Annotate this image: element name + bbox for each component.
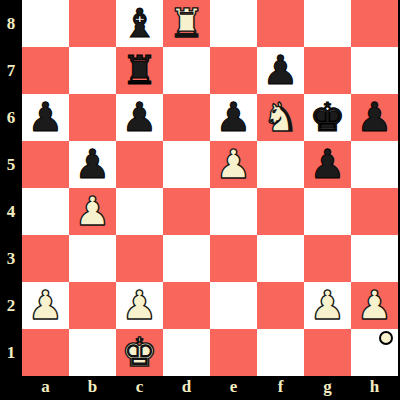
- black-bishop[interactable]: ♝: [116, 0, 163, 47]
- square-c3[interactable]: [116, 235, 163, 282]
- square-f7[interactable]: ♟: [257, 47, 304, 94]
- square-d2[interactable]: [163, 282, 210, 329]
- rank-label-2: 2: [0, 282, 22, 329]
- file-label-a: a: [22, 376, 69, 400]
- file-label-d: d: [163, 376, 210, 400]
- black-pawn[interactable]: ♟: [351, 94, 398, 141]
- square-a8[interactable]: [22, 0, 69, 47]
- square-e3[interactable]: [210, 235, 257, 282]
- square-f6[interactable]: ♞: [257, 94, 304, 141]
- square-d8[interactable]: ♜: [163, 0, 210, 47]
- square-g4[interactable]: [304, 188, 351, 235]
- square-c4[interactable]: [116, 188, 163, 235]
- rank-label-8: 8: [0, 0, 22, 47]
- square-g7[interactable]: [304, 47, 351, 94]
- chess-board: ♝♜♜♟♟♟♟♞♚♟♟♟♟♟♟♟♟♟♚: [22, 0, 398, 376]
- file-label-b: b: [69, 376, 116, 400]
- square-c7[interactable]: ♜: [116, 47, 163, 94]
- rank-label-5: 5: [0, 141, 22, 188]
- white-pawn[interactable]: ♟: [22, 282, 69, 329]
- square-d6[interactable]: [163, 94, 210, 141]
- square-b8[interactable]: [69, 0, 116, 47]
- black-pawn[interactable]: ♟: [22, 94, 69, 141]
- square-d3[interactable]: [163, 235, 210, 282]
- square-b4[interactable]: ♟: [69, 188, 116, 235]
- white-pawn[interactable]: ♟: [351, 282, 398, 329]
- square-a2[interactable]: ♟: [22, 282, 69, 329]
- square-e8[interactable]: [210, 0, 257, 47]
- square-f3[interactable]: [257, 235, 304, 282]
- chess-board-frame: 87654321 ♝♜♜♟♟♟♟♞♚♟♟♟♟♟♟♟♟♟♚ abcdefgh: [0, 0, 400, 400]
- black-rook[interactable]: ♜: [116, 47, 163, 94]
- black-pawn[interactable]: ♟: [304, 141, 351, 188]
- square-c1[interactable]: ♚: [116, 329, 163, 376]
- square-a5[interactable]: [22, 141, 69, 188]
- square-g3[interactable]: [304, 235, 351, 282]
- square-d7[interactable]: [163, 47, 210, 94]
- square-f4[interactable]: [257, 188, 304, 235]
- file-label-f: f: [257, 376, 304, 400]
- square-b3[interactable]: [69, 235, 116, 282]
- black-pawn[interactable]: ♟: [69, 141, 116, 188]
- square-f5[interactable]: [257, 141, 304, 188]
- white-pawn[interactable]: ♟: [210, 141, 257, 188]
- white-king[interactable]: ♚: [116, 329, 163, 376]
- square-f2[interactable]: [257, 282, 304, 329]
- square-g8[interactable]: [304, 0, 351, 47]
- black-pawn[interactable]: ♟: [210, 94, 257, 141]
- square-g6[interactable]: ♚: [304, 94, 351, 141]
- rank-label-7: 7: [0, 47, 22, 94]
- square-a6[interactable]: ♟: [22, 94, 69, 141]
- square-c2[interactable]: ♟: [116, 282, 163, 329]
- square-a3[interactable]: [22, 235, 69, 282]
- square-b5[interactable]: ♟: [69, 141, 116, 188]
- black-king[interactable]: ♚: [304, 94, 351, 141]
- square-e1[interactable]: [210, 329, 257, 376]
- square-e7[interactable]: [210, 47, 257, 94]
- white-pawn[interactable]: ♟: [116, 282, 163, 329]
- square-b6[interactable]: [69, 94, 116, 141]
- square-h7[interactable]: [351, 47, 398, 94]
- square-b2[interactable]: [69, 282, 116, 329]
- square-e6[interactable]: ♟: [210, 94, 257, 141]
- square-e5[interactable]: ♟: [210, 141, 257, 188]
- square-e2[interactable]: [210, 282, 257, 329]
- rank-label-3: 3: [0, 235, 22, 282]
- square-f1[interactable]: [257, 329, 304, 376]
- file-label-c: c: [116, 376, 163, 400]
- square-b1[interactable]: [69, 329, 116, 376]
- rank-label-1: 1: [0, 329, 22, 376]
- file-labels: abcdefgh: [22, 376, 398, 400]
- square-f8[interactable]: [257, 0, 304, 47]
- square-a7[interactable]: [22, 47, 69, 94]
- square-h4[interactable]: [351, 188, 398, 235]
- square-h2[interactable]: ♟: [351, 282, 398, 329]
- square-g5[interactable]: ♟: [304, 141, 351, 188]
- file-label-h: h: [351, 376, 398, 400]
- file-label-e: e: [210, 376, 257, 400]
- square-e4[interactable]: [210, 188, 257, 235]
- rank-label-6: 6: [0, 94, 22, 141]
- square-h6[interactable]: ♟: [351, 94, 398, 141]
- white-knight[interactable]: ♞: [257, 94, 304, 141]
- rank-labels: 87654321: [0, 0, 22, 376]
- square-d5[interactable]: [163, 141, 210, 188]
- square-b7[interactable]: [69, 47, 116, 94]
- white-pawn[interactable]: ♟: [69, 188, 116, 235]
- square-d1[interactable]: [163, 329, 210, 376]
- white-to-move-indicator: [379, 331, 393, 345]
- square-d4[interactable]: [163, 188, 210, 235]
- square-a1[interactable]: [22, 329, 69, 376]
- square-g1[interactable]: [304, 329, 351, 376]
- black-pawn[interactable]: ♟: [116, 94, 163, 141]
- square-h3[interactable]: [351, 235, 398, 282]
- square-c8[interactable]: ♝: [116, 0, 163, 47]
- black-pawn[interactable]: ♟: [257, 47, 304, 94]
- white-rook[interactable]: ♜: [163, 0, 210, 47]
- white-pawn[interactable]: ♟: [304, 282, 351, 329]
- square-h8[interactable]: [351, 0, 398, 47]
- rank-label-4: 4: [0, 188, 22, 235]
- file-label-g: g: [304, 376, 351, 400]
- square-c5[interactable]: [116, 141, 163, 188]
- square-c6[interactable]: ♟: [116, 94, 163, 141]
- square-a4[interactable]: [22, 188, 69, 235]
- square-g2[interactable]: ♟: [304, 282, 351, 329]
- square-h5[interactable]: [351, 141, 398, 188]
